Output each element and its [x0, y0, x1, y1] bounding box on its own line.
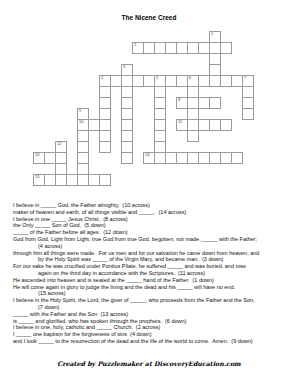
clue-number: 13: [35, 153, 39, 158]
clue-number: 3: [123, 65, 125, 70]
clue-number: 4: [101, 76, 103, 81]
crossword-grid: 123456789101112131415: [33, 31, 253, 185]
clue-line: _____ with the Father and the Son (13 ac…: [13, 311, 294, 318]
clue-line: _____ of the Father before all ages. (12…: [13, 229, 294, 236]
clue-line: by the Holy Spirit was _____ of the Virg…: [13, 256, 294, 263]
grid-cell[interactable]: [231, 152, 243, 164]
clue-number: 6: [189, 76, 191, 81]
clue-line: maker of heaven and earth, of all things…: [13, 209, 294, 216]
grid-cell[interactable]: [99, 141, 111, 153]
clue-line: For our sake he was crucified under Pont…: [13, 263, 294, 270]
clue-number: 5: [156, 76, 158, 81]
clue-line: (15 across): [13, 290, 294, 297]
clue-line: I believe in _____ God, the Father almig…: [13, 202, 294, 209]
clue-list: I believe in _____ God, the Father almig…: [13, 202, 294, 345]
grid-cell[interactable]: [220, 42, 232, 54]
grid-cell[interactable]: [209, 97, 221, 109]
clue-line: God from God, Light from Light, true God…: [13, 236, 294, 243]
clue-line: I _____ one baptism for the forgiveness …: [13, 331, 294, 338]
clue-number: 7: [244, 76, 246, 81]
clue-line: (4 across): [13, 243, 294, 250]
grid-cell[interactable]: [121, 152, 133, 164]
page-title: The Nicene Creed: [0, 14, 298, 21]
clue-line: He ascended into heaven and is seated at…: [13, 277, 294, 284]
clue-number: 11: [178, 120, 182, 125]
clue-number: 8: [178, 98, 180, 103]
clue-line: the Only _____ Son of God, (5 down): [13, 222, 294, 229]
puzzle-page: The Nicene Creed 123456789101112131415 I…: [0, 0, 298, 386]
clue-number: 12: [57, 142, 61, 147]
grid-cell[interactable]: [242, 108, 254, 120]
clue-line: I believe in the Holy Spirit, the Lord, …: [13, 297, 294, 304]
clue-number: 9: [79, 109, 81, 114]
clue-number: 14: [145, 153, 149, 158]
clue-number: 15: [35, 175, 39, 180]
grid-cell[interactable]: [187, 130, 199, 142]
clue-number: 10: [79, 120, 83, 125]
clue-line: He will come again in glory to judge the…: [13, 284, 294, 291]
clue-number: 1: [211, 32, 213, 37]
footer-credit: Created by Puzzlemaker at DiscoveryEduca…: [0, 360, 298, 367]
grid-cell[interactable]: [220, 119, 232, 131]
clue-number: 2: [134, 43, 136, 48]
clue-line: again on the third day in accordance wit…: [13, 270, 294, 277]
clue-line: I believe in one, holy, catholic and ___…: [13, 324, 294, 331]
clue-line: is _____ and glorified, who has spoken t…: [13, 318, 294, 325]
clue-line: I believe in one _____ Jesus Christ, (8 …: [13, 216, 294, 223]
grid-cell[interactable]: [99, 174, 111, 186]
clue-line: and I look _____ to the resurrection of …: [13, 338, 294, 345]
clue-line: through him all things were made. For us…: [13, 250, 294, 257]
clue-line: (7 down): [13, 304, 294, 311]
